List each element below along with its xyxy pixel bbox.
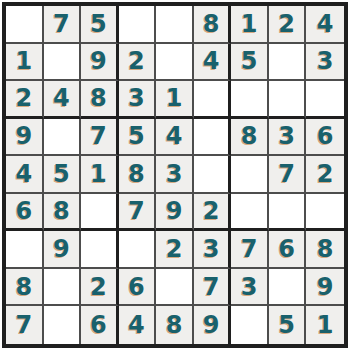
cell-r9c2[interactable] [44, 306, 82, 344]
cell-digit: 2 [278, 12, 295, 36]
cell-digit: 7 [278, 162, 295, 186]
cell-r5c7[interactable] [231, 156, 269, 194]
cell-r1c1[interactable] [6, 6, 44, 44]
cell-r7c1[interactable] [6, 231, 44, 269]
cell-r9c9[interactable]: 1 [306, 306, 344, 344]
cell-r7c9[interactable]: 8 [306, 231, 344, 269]
cell-digit: 2 [166, 237, 183, 261]
cell-r1c2[interactable]: 7 [44, 6, 82, 44]
cell-r7c4[interactable] [119, 231, 157, 269]
cell-r6c2[interactable]: 8 [44, 194, 82, 232]
cell-r1c4[interactable] [119, 6, 157, 44]
cell-digit: 7 [53, 12, 70, 36]
cell-digit: 8 [90, 86, 107, 110]
cell-digit: 4 [203, 49, 220, 73]
cell-r8c8[interactable] [269, 269, 307, 307]
cell-r4c1[interactable]: 9 [6, 119, 44, 157]
cell-r1c3[interactable]: 5 [81, 6, 119, 44]
cell-digit: 3 [128, 86, 145, 110]
cell-digit: 9 [317, 275, 334, 299]
cell-r4c8[interactable]: 3 [269, 119, 307, 157]
cell-r8c7[interactable]: 3 [231, 269, 269, 307]
cell-r5c8[interactable]: 7 [269, 156, 307, 194]
cell-digit: 3 [317, 49, 334, 73]
cell-digit: 3 [203, 237, 220, 261]
cell-r8c3[interactable]: 2 [81, 269, 119, 307]
cell-digit: 6 [90, 313, 107, 337]
cell-r7c7[interactable]: 7 [231, 231, 269, 269]
cell-digit: 5 [90, 12, 107, 36]
sudoku-page: 7581241924532483197548364518372687929237… [0, 0, 350, 350]
cell-r9c7[interactable] [231, 306, 269, 344]
cell-r8c4[interactable]: 6 [119, 269, 157, 307]
cell-r3c6[interactable] [194, 81, 232, 119]
cell-digit: 7 [90, 124, 107, 148]
cell-digit: 2 [15, 86, 32, 110]
cell-digit: 8 [166, 313, 183, 337]
cell-r8c9[interactable]: 9 [306, 269, 344, 307]
cell-digit: 6 [128, 275, 145, 299]
cell-r2c4[interactable]: 2 [119, 44, 157, 82]
cell-digit: 9 [203, 313, 220, 337]
cell-r5c3[interactable]: 1 [81, 156, 119, 194]
cell-r2c7[interactable]: 5 [231, 44, 269, 82]
cell-r2c5[interactable] [156, 44, 194, 82]
cell-r8c6[interactable]: 7 [194, 269, 232, 307]
cell-digit: 1 [15, 49, 32, 73]
cell-r5c6[interactable] [194, 156, 232, 194]
cell-digit: 5 [53, 162, 70, 186]
cell-r8c1[interactable]: 8 [6, 269, 44, 307]
cell-digit: 7 [128, 199, 145, 223]
cell-digit: 3 [166, 162, 183, 186]
cell-r6c3[interactable] [81, 194, 119, 232]
cell-digit: 4 [53, 86, 70, 110]
cell-digit: 2 [317, 162, 334, 186]
cell-digit: 2 [128, 49, 145, 73]
cell-r4c9[interactable]: 6 [306, 119, 344, 157]
cell-digit: 5 [241, 49, 258, 73]
cell-r5c4[interactable]: 8 [119, 156, 157, 194]
cell-r3c5[interactable]: 1 [156, 81, 194, 119]
cell-r1c7[interactable]: 1 [231, 6, 269, 44]
cell-digit: 3 [278, 124, 295, 148]
cell-r9c1[interactable]: 7 [6, 306, 44, 344]
cell-r7c3[interactable] [81, 231, 119, 269]
cell-digit: 7 [203, 275, 220, 299]
cell-digit: 5 [278, 313, 295, 337]
cell-r9c5[interactable]: 8 [156, 306, 194, 344]
cell-digit: 7 [15, 313, 32, 337]
cell-digit: 8 [128, 162, 145, 186]
cell-r8c2[interactable] [44, 269, 82, 307]
cell-r3c3[interactable]: 8 [81, 81, 119, 119]
cell-r6c5[interactable]: 9 [156, 194, 194, 232]
cell-digit: 8 [317, 237, 334, 261]
cell-digit: 8 [241, 124, 258, 148]
cell-r3c2[interactable]: 4 [44, 81, 82, 119]
cell-digit: 1 [166, 86, 183, 110]
cell-r1c6[interactable]: 8 [194, 6, 232, 44]
cell-r9c4[interactable]: 4 [119, 306, 157, 344]
cell-digit: 4 [15, 162, 32, 186]
cell-r4c3[interactable]: 7 [81, 119, 119, 157]
cell-r3c1[interactable]: 2 [6, 81, 44, 119]
cell-r7c6[interactable]: 3 [194, 231, 232, 269]
cell-r3c4[interactable]: 3 [119, 81, 157, 119]
cell-r2c9[interactable]: 3 [306, 44, 344, 82]
cell-digit: 8 [53, 199, 70, 223]
cell-r3c8[interactable] [269, 81, 307, 119]
cell-r7c5[interactable]: 2 [156, 231, 194, 269]
cell-r8c5[interactable] [156, 269, 194, 307]
cell-r4c2[interactable] [44, 119, 82, 157]
cell-digit: 1 [90, 162, 107, 186]
cell-r7c2[interactable]: 9 [44, 231, 82, 269]
cell-digit: 9 [53, 237, 70, 261]
cell-r9c6[interactable]: 9 [194, 306, 232, 344]
cell-r2c3[interactable]: 9 [81, 44, 119, 82]
cell-r7c8[interactable]: 6 [269, 231, 307, 269]
cell-r1c9[interactable]: 4 [306, 6, 344, 44]
cell-r3c7[interactable] [231, 81, 269, 119]
cell-r6c7[interactable] [231, 194, 269, 232]
cell-r1c5[interactable] [156, 6, 194, 44]
cell-digit: 8 [15, 275, 32, 299]
cell-digit: 1 [241, 12, 258, 36]
cell-digit: 6 [278, 237, 295, 261]
cell-digit: 2 [90, 275, 107, 299]
cell-digit: 9 [166, 199, 183, 223]
sudoku-board: 7581241924532483197548364518372687929237… [2, 2, 348, 348]
cell-r2c8[interactable] [269, 44, 307, 82]
cell-r5c5[interactable]: 3 [156, 156, 194, 194]
cell-r5c9[interactable]: 2 [306, 156, 344, 194]
cell-digit: 6 [317, 124, 334, 148]
cell-r6c6[interactable]: 2 [194, 194, 232, 232]
cell-digit: 4 [166, 124, 183, 148]
cell-r6c9[interactable] [306, 194, 344, 232]
cell-digit: 7 [241, 237, 258, 261]
cell-digit: 3 [241, 275, 258, 299]
cell-digit: 5 [128, 124, 145, 148]
cell-r4c4[interactable]: 5 [119, 119, 157, 157]
cell-r9c3[interactable]: 6 [81, 306, 119, 344]
cell-digit: 4 [128, 313, 145, 337]
cell-r4c7[interactable]: 8 [231, 119, 269, 157]
cell-r9c8[interactable]: 5 [269, 306, 307, 344]
cell-r1c8[interactable]: 2 [269, 6, 307, 44]
cell-digit: 4 [317, 12, 334, 36]
cell-r4c5[interactable]: 4 [156, 119, 194, 157]
cell-r5c2[interactable]: 5 [44, 156, 82, 194]
cell-digit: 6 [15, 199, 32, 223]
cell-r2c6[interactable]: 4 [194, 44, 232, 82]
cell-r6c8[interactable] [269, 194, 307, 232]
cell-digit: 1 [317, 313, 334, 337]
cell-r6c1[interactable]: 6 [6, 194, 44, 232]
cell-digit: 9 [90, 49, 107, 73]
cell-digit: 2 [203, 199, 220, 223]
cell-r6c4[interactable]: 7 [119, 194, 157, 232]
cell-r5c1[interactable]: 4 [6, 156, 44, 194]
cell-digit: 8 [203, 12, 220, 36]
cell-r3c9[interactable] [306, 81, 344, 119]
cell-r2c1[interactable]: 1 [6, 44, 44, 82]
cell-r2c2[interactable] [44, 44, 82, 82]
cell-r4c6[interactable] [194, 119, 232, 157]
cell-digit: 9 [15, 124, 32, 148]
